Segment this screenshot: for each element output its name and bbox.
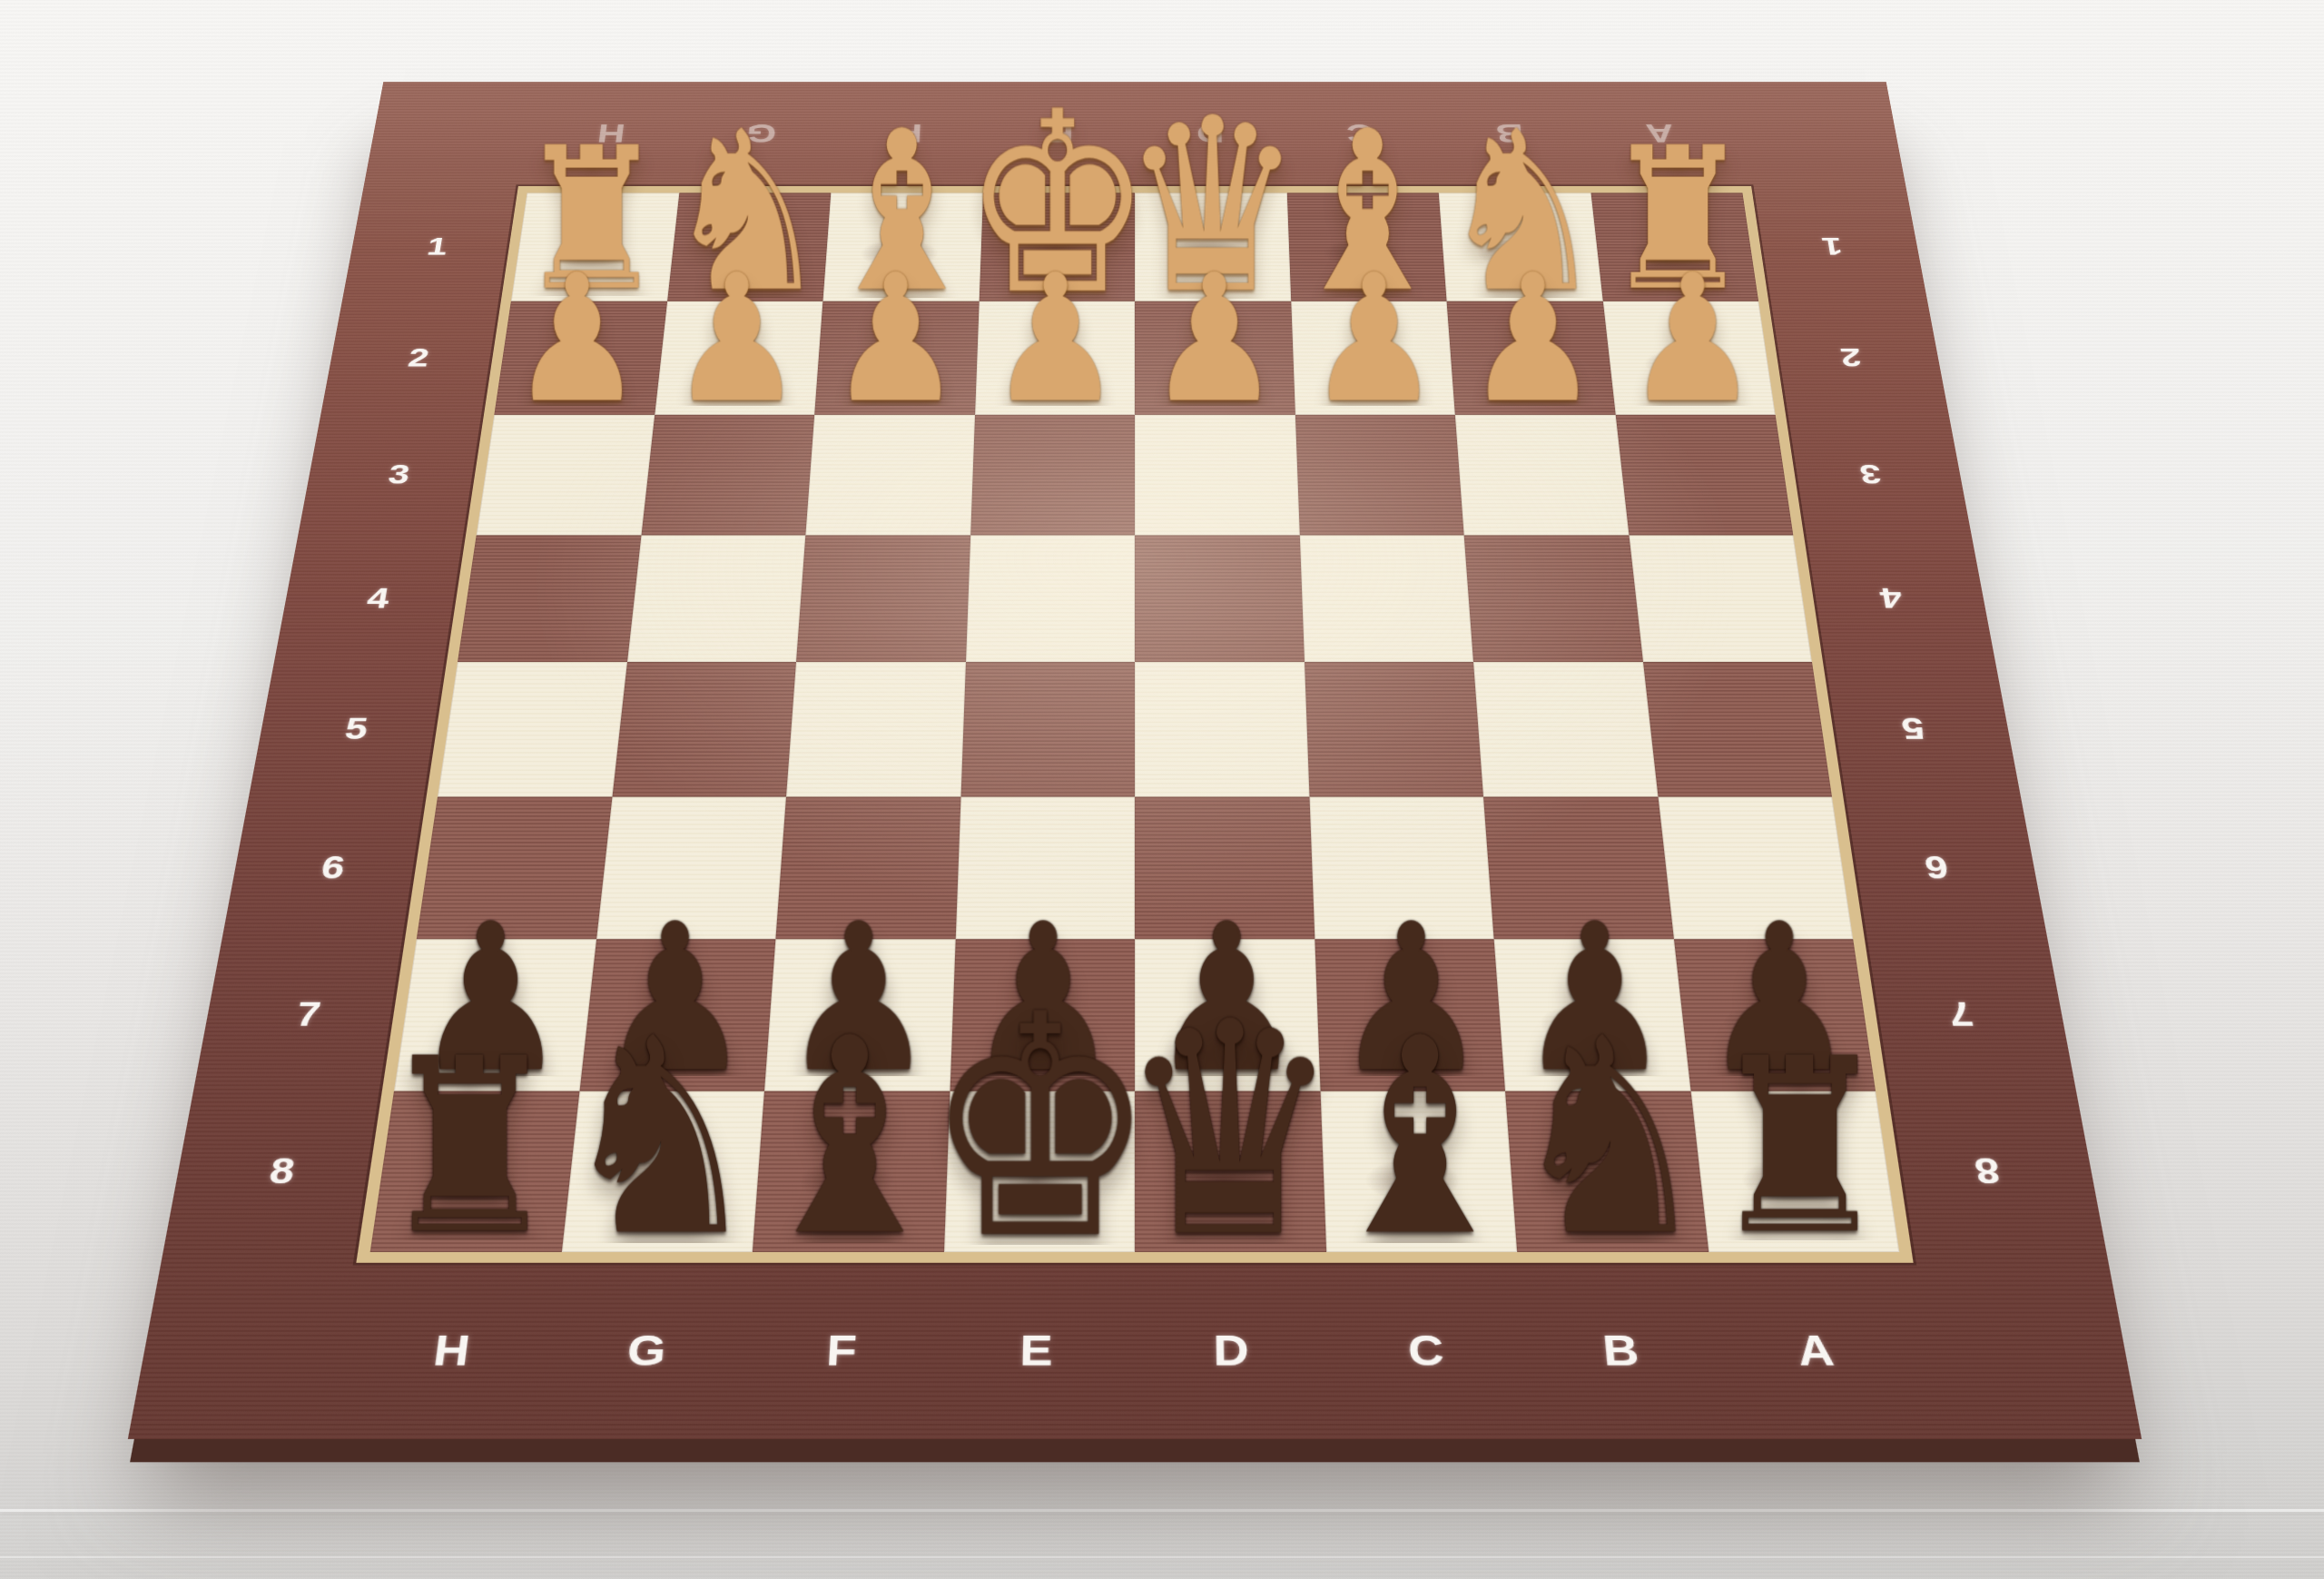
- piece-black-queen-d8[interactable]: ♛: [1118, 983, 1341, 1278]
- tablecloth-fold: [0, 1556, 2324, 1558]
- piece-white-pawn-d2[interactable]: ♟: [1147, 251, 1282, 427]
- piece-white-pawn-e2[interactable]: ♟: [988, 251, 1122, 427]
- piece-black-bishop-f8[interactable]: ♝: [747, 1002, 952, 1273]
- piece-black-rook-a8[interactable]: ♜: [1709, 1027, 1891, 1268]
- piece-black-rook-h8[interactable]: ♜: [379, 1027, 561, 1268]
- chessboard-wrap: HGFEDCBAHGFEDCBA1234567812345678 ♜♞♝♚♛♝♞…: [274, 0, 1995, 1523]
- piece-white-pawn-c2[interactable]: ♟: [1306, 251, 1441, 427]
- piece-black-knight-g8[interactable]: ♞: [557, 1002, 763, 1273]
- piece-white-pawn-h2[interactable]: ♟: [510, 251, 645, 427]
- tablecloth: HGFEDCBAHGFEDCBA1234567812345678 ♜♞♝♚♛♝♞…: [0, 0, 2324, 1579]
- piece-white-pawn-g2[interactable]: ♟: [670, 251, 804, 427]
- piece-white-pawn-b2[interactable]: ♟: [1466, 251, 1600, 427]
- piece-black-knight-b8[interactable]: ♞: [1507, 1002, 1712, 1273]
- piece-black-bishop-c8[interactable]: ♝: [1317, 1002, 1522, 1273]
- piece-white-pawn-a2[interactable]: ♟: [1625, 251, 1759, 427]
- chessboard: HGFEDCBAHGFEDCBA1234567812345678 ♜♞♝♚♛♝♞…: [128, 82, 2142, 1439]
- piece-white-pawn-f2[interactable]: ♟: [829, 251, 963, 427]
